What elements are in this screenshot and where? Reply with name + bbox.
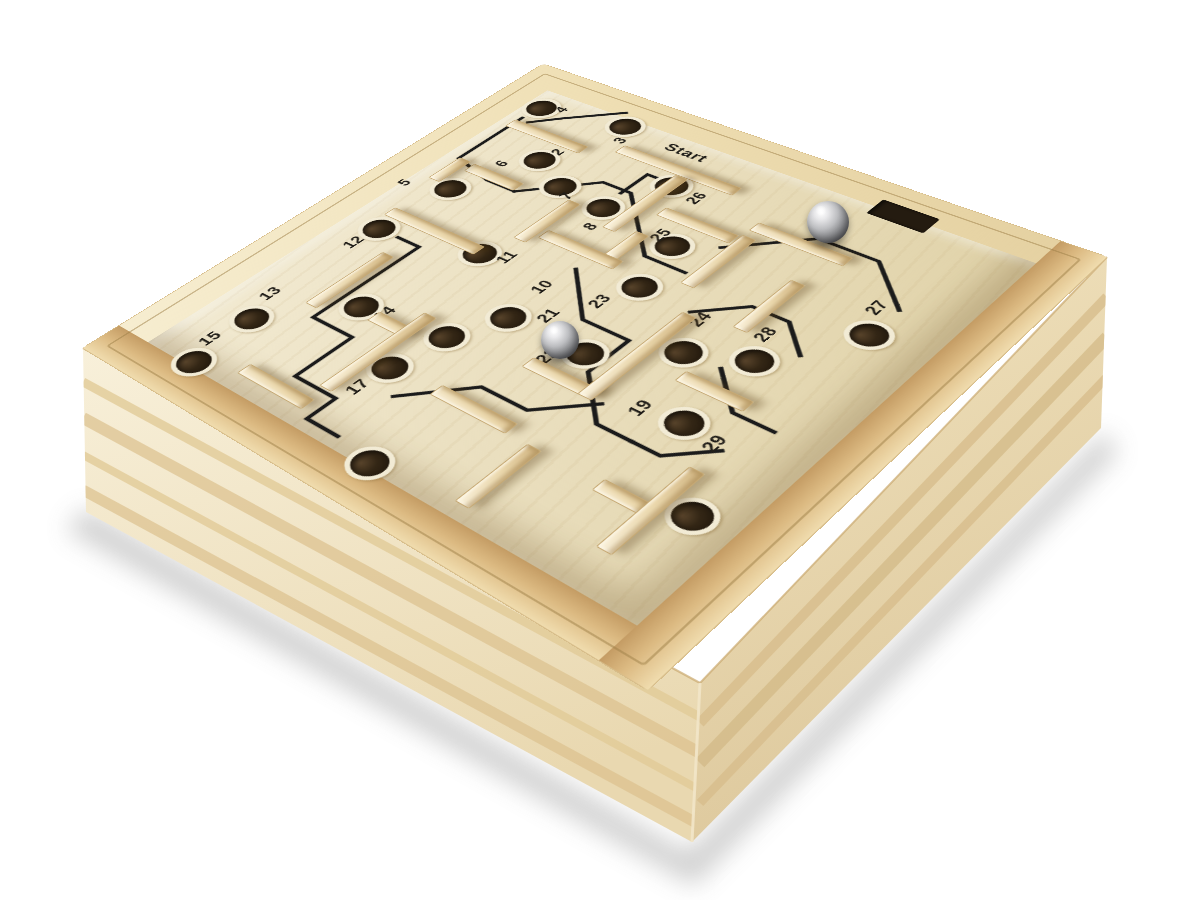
ball-2[interactable]: [541, 321, 579, 359]
ball-1[interactable]: [807, 201, 849, 243]
labyrinth-photo-scene: Start 2345678101112131415171921222324252…: [0, 0, 1200, 900]
